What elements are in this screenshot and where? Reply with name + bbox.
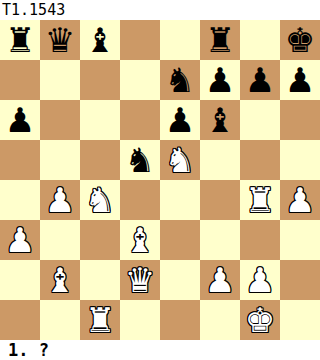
square-e8[interactable] xyxy=(160,20,200,60)
square-b8[interactable]: ♛ xyxy=(40,20,80,60)
piece-white-pawn: ♟ xyxy=(245,260,275,300)
puzzle-id: T1.1543 xyxy=(0,0,320,20)
square-g8[interactable] xyxy=(240,20,280,60)
square-a6[interactable]: ♟ xyxy=(0,100,40,140)
square-d1[interactable] xyxy=(120,300,160,340)
square-h8[interactable]: ♚ xyxy=(280,20,320,60)
chess-board: ♜♛♝♜♚♞♟♟♟♟♟♝♞♞♟♞♜♟♟♝♝♛♟♟♜♚ xyxy=(0,20,320,340)
square-e6[interactable]: ♟ xyxy=(160,100,200,140)
square-a2[interactable] xyxy=(0,260,40,300)
square-c1[interactable]: ♜ xyxy=(80,300,120,340)
square-c8[interactable]: ♝ xyxy=(80,20,120,60)
square-g3[interactable] xyxy=(240,220,280,260)
square-f5[interactable] xyxy=(200,140,240,180)
piece-white-knight: ♞ xyxy=(165,140,195,180)
square-e3[interactable] xyxy=(160,220,200,260)
square-a3[interactable]: ♟ xyxy=(0,220,40,260)
square-f6[interactable]: ♝ xyxy=(200,100,240,140)
square-a1[interactable] xyxy=(0,300,40,340)
square-d6[interactable] xyxy=(120,100,160,140)
square-g7[interactable]: ♟ xyxy=(240,60,280,100)
square-d5[interactable]: ♞ xyxy=(120,140,160,180)
square-h5[interactable] xyxy=(280,140,320,180)
square-h3[interactable] xyxy=(280,220,320,260)
piece-black-rook: ♜ xyxy=(205,20,235,60)
square-d7[interactable] xyxy=(120,60,160,100)
square-b1[interactable] xyxy=(40,300,80,340)
square-c6[interactable] xyxy=(80,100,120,140)
square-f8[interactable]: ♜ xyxy=(200,20,240,60)
square-c2[interactable] xyxy=(80,260,120,300)
piece-black-bishop: ♝ xyxy=(85,20,115,60)
square-c4[interactable]: ♞ xyxy=(80,180,120,220)
square-h7[interactable]: ♟ xyxy=(280,60,320,100)
piece-white-rook: ♜ xyxy=(245,180,275,220)
square-g5[interactable] xyxy=(240,140,280,180)
piece-black-pawn: ♟ xyxy=(245,60,275,100)
square-e5[interactable]: ♞ xyxy=(160,140,200,180)
square-a4[interactable] xyxy=(0,180,40,220)
square-g2[interactable]: ♟ xyxy=(240,260,280,300)
piece-white-pawn: ♟ xyxy=(5,220,35,260)
square-d8[interactable] xyxy=(120,20,160,60)
square-h1[interactable] xyxy=(280,300,320,340)
piece-black-king: ♚ xyxy=(285,20,315,60)
square-c5[interactable] xyxy=(80,140,120,180)
square-h4[interactable]: ♟ xyxy=(280,180,320,220)
piece-black-queen: ♛ xyxy=(45,20,75,60)
square-a8[interactable]: ♜ xyxy=(0,20,40,60)
square-e4[interactable] xyxy=(160,180,200,220)
piece-white-pawn: ♟ xyxy=(285,180,315,220)
square-d3[interactable]: ♝ xyxy=(120,220,160,260)
square-b7[interactable] xyxy=(40,60,80,100)
square-e1[interactable] xyxy=(160,300,200,340)
piece-white-king: ♚ xyxy=(245,300,275,340)
piece-white-rook: ♜ xyxy=(85,300,115,340)
piece-white-bishop: ♝ xyxy=(45,260,75,300)
square-c3[interactable] xyxy=(80,220,120,260)
square-b6[interactable] xyxy=(40,100,80,140)
piece-black-rook: ♜ xyxy=(5,20,35,60)
square-b4[interactable]: ♟ xyxy=(40,180,80,220)
square-h6[interactable] xyxy=(280,100,320,140)
piece-white-bishop: ♝ xyxy=(125,220,155,260)
piece-black-pawn: ♟ xyxy=(205,60,235,100)
square-f7[interactable]: ♟ xyxy=(200,60,240,100)
square-f1[interactable] xyxy=(200,300,240,340)
square-e2[interactable] xyxy=(160,260,200,300)
square-d4[interactable] xyxy=(120,180,160,220)
square-h2[interactable] xyxy=(280,260,320,300)
piece-white-pawn: ♟ xyxy=(205,260,235,300)
piece-black-pawn: ♟ xyxy=(5,100,35,140)
square-f2[interactable]: ♟ xyxy=(200,260,240,300)
square-b5[interactable] xyxy=(40,140,80,180)
piece-white-queen: ♛ xyxy=(125,260,155,300)
square-b3[interactable] xyxy=(40,220,80,260)
piece-black-knight: ♞ xyxy=(165,60,195,100)
square-g1[interactable]: ♚ xyxy=(240,300,280,340)
square-f3[interactable] xyxy=(200,220,240,260)
square-f4[interactable] xyxy=(200,180,240,220)
piece-black-bishop: ♝ xyxy=(205,100,235,140)
move-prompt: 1. ? xyxy=(0,340,320,360)
piece-white-knight: ♞ xyxy=(85,180,115,220)
piece-black-pawn: ♟ xyxy=(285,60,315,100)
square-a5[interactable] xyxy=(0,140,40,180)
square-e7[interactable]: ♞ xyxy=(160,60,200,100)
square-c7[interactable] xyxy=(80,60,120,100)
square-b2[interactable]: ♝ xyxy=(40,260,80,300)
piece-white-pawn: ♟ xyxy=(45,180,75,220)
piece-black-pawn: ♟ xyxy=(165,100,195,140)
square-g4[interactable]: ♜ xyxy=(240,180,280,220)
square-d2[interactable]: ♛ xyxy=(120,260,160,300)
square-g6[interactable] xyxy=(240,100,280,140)
square-a7[interactable] xyxy=(0,60,40,100)
piece-black-knight: ♞ xyxy=(125,140,155,180)
